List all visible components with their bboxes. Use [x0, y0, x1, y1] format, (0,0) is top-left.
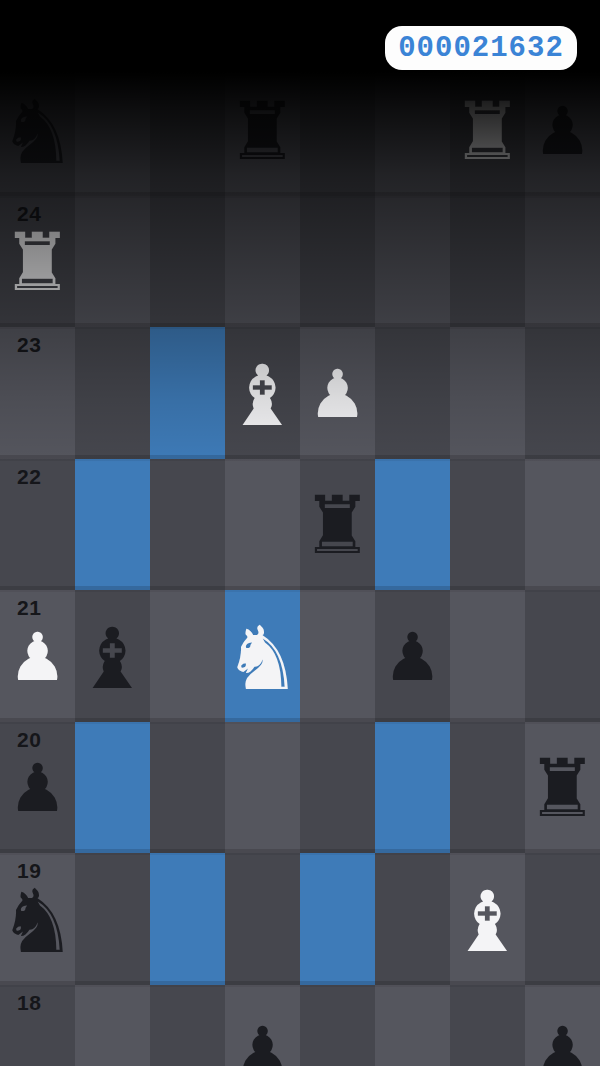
square-a20[interactable]: 20♟: [0, 722, 75, 854]
white-pawn-e23: ♟: [308, 362, 367, 428]
square-e18[interactable]: [300, 985, 375, 1066]
game-screen: ♞♜♜♟24♜23♝♟22♜21♟♝♞♟20♟♜19♞♝18♟♟ 0000216…: [0, 0, 600, 1066]
square-f21[interactable]: ♟: [375, 590, 450, 722]
square-a22[interactable]: 22: [0, 459, 75, 591]
square-b25[interactable]: [75, 64, 150, 196]
white-knight-d21: ♞: [223, 614, 302, 702]
square-g24[interactable]: [450, 196, 525, 328]
square-e19[interactable]: [300, 853, 375, 985]
square-f25[interactable]: [375, 64, 450, 196]
black-bishop-b21: ♝: [75, 616, 150, 700]
white-pawn-a21: ♟: [8, 625, 67, 691]
black-knight-a19: ♞: [0, 877, 77, 965]
square-d25[interactable]: ♜: [225, 64, 300, 196]
square-g20[interactable]: [450, 722, 525, 854]
chess-board: ♞♜♜♟24♜23♝♟22♜21♟♝♞♟20♟♜19♞♝18♟♟: [0, 64, 600, 1066]
square-f20[interactable]: [375, 722, 450, 854]
square-e20[interactable]: [300, 722, 375, 854]
black-pawn-h18: ♟: [533, 1019, 592, 1066]
square-d24[interactable]: [225, 196, 300, 328]
square-g18[interactable]: [450, 985, 525, 1066]
black-rook-h20: ♜: [527, 750, 599, 830]
square-c22[interactable]: [150, 459, 225, 591]
board-row-rank-22: 22♜: [0, 459, 600, 591]
square-d23[interactable]: ♝: [225, 327, 300, 459]
square-c19[interactable]: [150, 853, 225, 985]
square-b21[interactable]: ♝: [75, 590, 150, 722]
square-a21[interactable]: 21♟: [0, 590, 75, 722]
square-h20[interactable]: ♜: [525, 722, 600, 854]
square-h21[interactable]: [525, 590, 600, 722]
square-c24[interactable]: [150, 196, 225, 328]
rank-label-23: 23: [17, 334, 41, 356]
square-c23[interactable]: [150, 327, 225, 459]
board-row-rank-24: 24♜: [0, 196, 600, 328]
square-g19[interactable]: ♝: [450, 853, 525, 985]
square-c21[interactable]: [150, 590, 225, 722]
square-a24[interactable]: 24♜: [0, 196, 75, 328]
square-g22[interactable]: [450, 459, 525, 591]
board-row-rank-20: 20♟♜: [0, 722, 600, 854]
square-f23[interactable]: [375, 327, 450, 459]
square-b24[interactable]: [75, 196, 150, 328]
square-a23[interactable]: 23: [0, 327, 75, 459]
square-c18[interactable]: [150, 985, 225, 1066]
black-knight-a25: ♞: [0, 88, 77, 176]
square-d22[interactable]: [225, 459, 300, 591]
board-row-rank-21: 21♟♝♞♟: [0, 590, 600, 722]
black-pawn-h25: ♟: [533, 99, 592, 165]
square-b18[interactable]: [75, 985, 150, 1066]
square-c25[interactable]: [150, 64, 225, 196]
square-d19[interactable]: [225, 853, 300, 985]
square-h23[interactable]: [525, 327, 600, 459]
square-h18[interactable]: ♟: [525, 985, 600, 1066]
square-e21[interactable]: [300, 590, 375, 722]
square-e23[interactable]: ♟: [300, 327, 375, 459]
black-rook-d25: ♜: [227, 92, 299, 172]
square-e25[interactable]: [300, 64, 375, 196]
square-a25[interactable]: ♞: [0, 64, 75, 196]
square-g23[interactable]: [450, 327, 525, 459]
square-e22[interactable]: ♜: [300, 459, 375, 591]
white-bishop-g19: ♝: [450, 879, 525, 963]
square-b19[interactable]: [75, 853, 150, 985]
square-h24[interactable]: [525, 196, 600, 328]
board-row-rank-23: 23♝♟: [0, 327, 600, 459]
white-rook-g25: ♜: [452, 92, 524, 172]
black-pawn-f21: ♟: [383, 625, 442, 691]
rank-label-20: 20: [17, 729, 41, 751]
board-row-rank-25: ♞♜♜♟: [0, 64, 600, 196]
square-d18[interactable]: ♟: [225, 985, 300, 1066]
black-rook-e22: ♜: [302, 487, 374, 567]
black-pawn-d18: ♟: [233, 1019, 292, 1066]
white-rook-a24: ♜: [2, 224, 74, 304]
square-h25[interactable]: ♟: [525, 64, 600, 196]
square-f19[interactable]: [375, 853, 450, 985]
square-d20[interactable]: [225, 722, 300, 854]
square-g25[interactable]: ♜: [450, 64, 525, 196]
square-h19[interactable]: [525, 853, 600, 985]
rank-label-21: 21: [17, 597, 41, 619]
score-value: 000021632: [398, 31, 564, 65]
square-f22[interactable]: [375, 459, 450, 591]
score-badge: 000021632: [385, 26, 577, 70]
square-c20[interactable]: [150, 722, 225, 854]
square-g21[interactable]: [450, 590, 525, 722]
board-row-rank-18: 18♟♟: [0, 985, 600, 1066]
square-b23[interactable]: [75, 327, 150, 459]
square-b22[interactable]: [75, 459, 150, 591]
square-a19[interactable]: 19♞: [0, 853, 75, 985]
square-f24[interactable]: [375, 196, 450, 328]
square-d21[interactable]: ♞: [225, 590, 300, 722]
square-e24[interactable]: [300, 196, 375, 328]
square-h22[interactable]: [525, 459, 600, 591]
white-bishop-d23: ♝: [225, 353, 300, 437]
square-b20[interactable]: [75, 722, 150, 854]
rank-label-18: 18: [17, 992, 41, 1014]
black-pawn-a20: ♟: [8, 756, 67, 822]
rank-label-22: 22: [17, 466, 41, 488]
square-a18[interactable]: 18: [0, 985, 75, 1066]
board-row-rank-19: 19♞♝: [0, 853, 600, 985]
square-f18[interactable]: [375, 985, 450, 1066]
